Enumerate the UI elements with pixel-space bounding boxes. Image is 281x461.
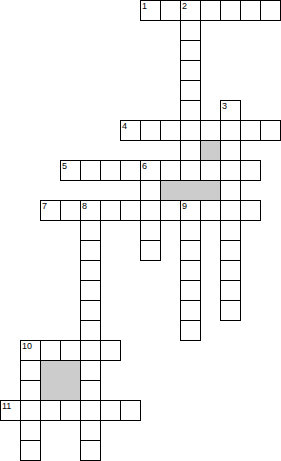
grid-cell[interactable] [20, 340, 41, 361]
grid-cell[interactable] [180, 0, 201, 21]
grid-cell[interactable] [220, 0, 241, 21]
grid-cell[interactable] [220, 260, 241, 281]
grid-cell[interactable] [120, 160, 141, 181]
grid-cell[interactable] [100, 400, 121, 421]
grid-cell[interactable] [20, 400, 41, 421]
grid-cell[interactable] [120, 200, 141, 221]
grid-cell[interactable] [140, 200, 161, 221]
grid-cell[interactable] [180, 140, 201, 161]
grid-cell[interactable] [140, 220, 161, 241]
grid-cell[interactable] [60, 200, 81, 221]
grid-cell[interactable] [180, 240, 201, 261]
grid-cell[interactable] [200, 0, 221, 21]
crossword-board: 1234567891011 [0, 0, 281, 461]
grid-cell[interactable] [60, 160, 81, 181]
grid-cell[interactable] [140, 180, 161, 201]
grid-cell[interactable] [60, 340, 81, 361]
grid-cell[interactable] [80, 300, 101, 321]
grid-cell[interactable] [180, 120, 201, 141]
grid-cell[interactable] [80, 400, 101, 421]
grid-cell[interactable] [20, 380, 41, 401]
grid-cell[interactable] [60, 400, 81, 421]
grid-cell[interactable] [180, 60, 201, 81]
grid-cell[interactable] [80, 260, 101, 281]
grid-cell[interactable] [180, 280, 201, 301]
grid-cell[interactable] [140, 240, 161, 261]
grid-cell[interactable] [180, 260, 201, 281]
grid-cell[interactable] [40, 400, 61, 421]
grid-cell[interactable] [240, 160, 261, 181]
grid-cell[interactable] [140, 160, 161, 181]
grid-cell[interactable] [220, 200, 241, 221]
grid-cell[interactable] [180, 80, 201, 101]
grid-cell[interactable] [220, 220, 241, 241]
grid-cell[interactable] [80, 240, 101, 261]
grid-cell[interactable] [220, 300, 241, 321]
grid-cell[interactable] [80, 220, 101, 241]
grid-cell[interactable] [180, 220, 201, 241]
grid-cell[interactable] [180, 100, 201, 121]
grid-cell[interactable] [220, 160, 241, 181]
grid-cell[interactable] [200, 160, 221, 181]
blocked-cells [200, 140, 221, 161]
grid-cell[interactable] [160, 160, 181, 181]
grid-cell[interactable] [80, 200, 101, 221]
grid-cell[interactable] [80, 420, 101, 441]
grid-cell[interactable] [240, 120, 261, 141]
grid-cell[interactable] [260, 120, 281, 141]
grid-cell[interactable] [240, 200, 261, 221]
grid-cell[interactable] [220, 100, 241, 121]
grid-cell[interactable] [120, 120, 141, 141]
grid-cell[interactable] [180, 20, 201, 41]
blocked-cells [160, 180, 221, 201]
grid-cell[interactable] [260, 0, 281, 21]
grid-cell[interactable] [120, 400, 141, 421]
grid-cell[interactable] [160, 0, 181, 21]
grid-cell[interactable] [240, 0, 261, 21]
grid-cell[interactable] [80, 360, 101, 381]
grid-cell[interactable] [0, 400, 21, 421]
grid-cell[interactable] [180, 320, 201, 341]
grid-cell[interactable] [220, 120, 241, 141]
grid-cell[interactable] [40, 200, 61, 221]
grid-cell[interactable] [80, 440, 101, 461]
grid-cell[interactable] [180, 200, 201, 221]
grid-cell[interactable] [180, 300, 201, 321]
grid-cell[interactable] [160, 120, 181, 141]
grid-cell[interactable] [40, 340, 61, 361]
grid-cell[interactable] [20, 360, 41, 381]
grid-cell[interactable] [140, 0, 161, 21]
grid-cell[interactable] [140, 120, 161, 141]
grid-cell[interactable] [80, 320, 101, 341]
grid-cell[interactable] [220, 140, 241, 161]
grid-cell[interactable] [160, 200, 181, 221]
grid-cell[interactable] [180, 40, 201, 61]
grid-cell[interactable] [80, 340, 101, 361]
grid-cell[interactable] [220, 280, 241, 301]
grid-cell[interactable] [20, 440, 41, 461]
grid-cell[interactable] [220, 180, 241, 201]
grid-cell[interactable] [200, 200, 221, 221]
grid-cell[interactable] [200, 120, 221, 141]
grid-cell[interactable] [100, 340, 121, 361]
grid-cell[interactable] [80, 280, 101, 301]
blocked-cells [40, 360, 81, 401]
grid-cell[interactable] [80, 380, 101, 401]
grid-cell[interactable] [100, 160, 121, 181]
grid-cell[interactable] [80, 160, 101, 181]
grid-cell[interactable] [220, 240, 241, 261]
grid-cell[interactable] [180, 160, 201, 181]
grid-cell[interactable] [100, 200, 121, 221]
grid-cell[interactable] [20, 420, 41, 441]
